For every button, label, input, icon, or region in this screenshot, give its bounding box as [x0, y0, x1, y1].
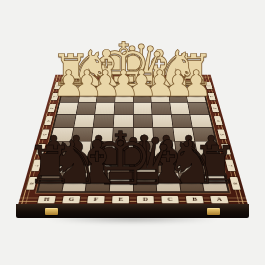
rank-label-3: 3 — [47, 104, 55, 112]
chess-set-photo: 12345678 12345678 HGFEDCBA ♜♞♝♛♚♝♞♜♟♟♟♟♟… — [0, 0, 265, 265]
square-a4[interactable] — [190, 115, 211, 127]
piece-white-pawn-h2[interactable]: ♟ — [52, 66, 84, 102]
rank-label-4: 4 — [43, 116, 52, 125]
rank-label-3: 3 — [210, 104, 218, 112]
brass-hinge-right — [207, 208, 220, 215]
square-h4[interactable] — [54, 115, 75, 127]
board-front-edge — [16, 204, 249, 218]
rank-label-4: 4 — [213, 116, 222, 125]
brass-hinge-left — [45, 208, 58, 215]
piece-black-rook-h8[interactable]: ♜ — [26, 139, 73, 191]
